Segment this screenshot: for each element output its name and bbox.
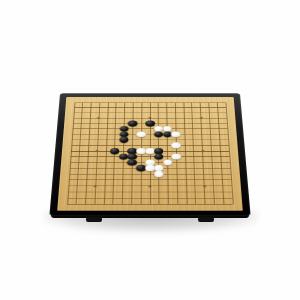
stone-white[interactable] [154, 171, 164, 177]
board-frame [49, 93, 250, 216]
stone-white[interactable] [171, 131, 181, 137]
grid-line [69, 180, 231, 181]
star-point [200, 117, 203, 119]
board-foot [198, 217, 214, 222]
grid-line [67, 204, 233, 205]
stone-black[interactable] [154, 154, 164, 160]
grid [67, 102, 233, 204]
stone-white[interactable] [163, 159, 173, 165]
go-board [49, 93, 250, 216]
grid-line [71, 156, 230, 157]
star-point [94, 185, 97, 187]
stone-black[interactable] [127, 159, 137, 165]
star-point [149, 117, 152, 119]
star-point [148, 185, 151, 187]
star-point [97, 117, 100, 119]
stone-black[interactable] [145, 121, 154, 127]
board-surface[interactable] [57, 97, 243, 210]
grid-line [68, 198, 233, 199]
grid-line [69, 174, 230, 175]
star-point [203, 185, 206, 187]
stone-black[interactable] [119, 137, 129, 143]
stone-white[interactable] [171, 142, 181, 148]
star-point [201, 150, 204, 152]
stone-white[interactable] [137, 131, 146, 137]
stone-black[interactable] [110, 148, 120, 154]
star-point [96, 150, 99, 152]
stone-black[interactable] [128, 121, 137, 127]
grid-line [225, 102, 233, 204]
grid-line [68, 192, 232, 193]
board-foot [86, 217, 102, 222]
product-photo [0, 0, 300, 300]
stone-white[interactable] [172, 154, 182, 160]
